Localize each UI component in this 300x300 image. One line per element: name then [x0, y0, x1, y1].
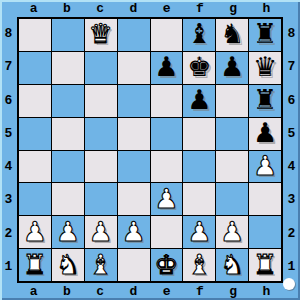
square-d6[interactable] [118, 85, 150, 117]
square-f2[interactable]: ♟ [183, 216, 215, 248]
file-label-h: h [250, 283, 283, 300]
file-label-e: e [150, 0, 183, 17]
square-a5[interactable] [19, 118, 51, 150]
square-b4[interactable] [52, 151, 84, 183]
chess-board-window: abcdefgh abcdefgh 87654321 87654321 ♛♝♞♜… [0, 0, 300, 300]
rank-label-3: 3 [283, 183, 300, 216]
square-e1[interactable]: ♚ [151, 249, 183, 281]
square-h2[interactable] [249, 216, 281, 248]
square-e8[interactable] [151, 19, 183, 51]
rank-labels-left: 87654321 [0, 17, 17, 283]
square-d2[interactable]: ♟ [118, 216, 150, 248]
file-label-f: f [183, 0, 216, 17]
white-pawn-icon: ♟ [23, 218, 47, 245]
square-c8[interactable]: ♛ [85, 19, 117, 51]
rank-label-6: 6 [283, 84, 300, 117]
square-e3[interactable]: ♟ [151, 183, 183, 215]
white-pawn-icon: ♟ [154, 185, 178, 212]
chess-board: ♛♝♞♜♟♚♟♛♟♜♟♟♟♟♟♟♟♟♟♜♞♝♚♝♞♜ [17, 17, 283, 283]
square-d4[interactable] [118, 151, 150, 183]
file-label-g: g [217, 0, 250, 17]
black-bishop-icon: ♝ [187, 20, 211, 47]
square-c2[interactable]: ♟ [85, 216, 117, 248]
square-c1[interactable]: ♝ [85, 249, 117, 281]
file-label-f: f [183, 283, 216, 300]
file-label-b: b [50, 0, 83, 17]
white-pawn-icon: ♟ [187, 218, 211, 245]
square-b6[interactable] [52, 85, 84, 117]
white-pawn-icon: ♟ [253, 152, 277, 179]
square-c7[interactable] [85, 52, 117, 84]
square-e5[interactable] [151, 118, 183, 150]
black-pawn-icon: ♟ [253, 119, 277, 146]
file-labels-top: abcdefgh [17, 0, 283, 17]
white-to-move-indicator [283, 278, 295, 290]
square-c4[interactable] [85, 151, 117, 183]
square-d5[interactable] [118, 118, 150, 150]
black-rook-icon: ♜ [253, 20, 277, 47]
white-knight-icon: ♞ [220, 251, 244, 278]
white-pawn-icon: ♟ [89, 218, 113, 245]
square-g1[interactable]: ♞ [216, 249, 248, 281]
square-h8[interactable]: ♜ [249, 19, 281, 51]
square-f5[interactable] [183, 118, 215, 150]
square-h3[interactable] [249, 183, 281, 215]
rank-label-4: 4 [283, 150, 300, 183]
file-label-e: e [150, 283, 183, 300]
rank-labels-right: 87654321 [283, 17, 300, 283]
file-label-d: d [117, 0, 150, 17]
rank-label-6: 6 [0, 84, 17, 117]
rank-label-5: 5 [0, 117, 17, 150]
square-g4[interactable] [216, 151, 248, 183]
file-label-c: c [84, 283, 117, 300]
square-a8[interactable] [19, 19, 51, 51]
square-a1[interactable]: ♜ [19, 249, 51, 281]
black-queen-icon: ♛ [253, 53, 277, 80]
square-c6[interactable] [85, 85, 117, 117]
file-label-c: c [84, 0, 117, 17]
square-h6[interactable]: ♜ [249, 85, 281, 117]
square-a7[interactable] [19, 52, 51, 84]
white-queen-icon: ♛ [89, 20, 113, 47]
white-pawn-icon: ♟ [220, 218, 244, 245]
white-pawn-icon: ♟ [121, 218, 145, 245]
square-b1[interactable]: ♞ [52, 249, 84, 281]
white-king-icon: ♚ [154, 251, 178, 278]
white-bishop-icon: ♝ [89, 251, 113, 278]
square-g3[interactable] [216, 183, 248, 215]
square-h4[interactable]: ♟ [249, 151, 281, 183]
black-king-icon: ♚ [187, 53, 211, 80]
square-g7[interactable]: ♟ [216, 52, 248, 84]
square-e4[interactable] [151, 151, 183, 183]
square-f8[interactable]: ♝ [183, 19, 215, 51]
square-b3[interactable] [52, 183, 84, 215]
square-d8[interactable] [118, 19, 150, 51]
rank-label-5: 5 [283, 117, 300, 150]
square-b7[interactable] [52, 52, 84, 84]
rank-label-8: 8 [283, 17, 300, 50]
square-g8[interactable]: ♞ [216, 19, 248, 51]
square-f6[interactable]: ♟ [183, 85, 215, 117]
rank-label-7: 7 [0, 50, 17, 83]
rank-label-2: 2 [0, 217, 17, 250]
black-pawn-icon: ♟ [187, 86, 211, 113]
square-f1[interactable]: ♝ [183, 249, 215, 281]
white-pawn-icon: ♟ [56, 218, 80, 245]
white-knight-icon: ♞ [56, 251, 80, 278]
square-b2[interactable]: ♟ [52, 216, 84, 248]
square-d7[interactable] [118, 52, 150, 84]
square-h5[interactable]: ♟ [249, 118, 281, 150]
square-d1[interactable] [118, 249, 150, 281]
square-e6[interactable] [151, 85, 183, 117]
rank-label-3: 3 [0, 183, 17, 216]
square-h1[interactable]: ♜ [249, 249, 281, 281]
square-c3[interactable] [85, 183, 117, 215]
square-f3[interactable] [183, 183, 215, 215]
file-label-a: a [17, 0, 50, 17]
white-bishop-icon: ♝ [187, 251, 211, 278]
square-f4[interactable] [183, 151, 215, 183]
file-labels-bottom: abcdefgh [17, 283, 283, 300]
square-g2[interactable]: ♟ [216, 216, 248, 248]
square-c5[interactable] [85, 118, 117, 150]
file-label-b: b [50, 283, 83, 300]
square-a4[interactable] [19, 151, 51, 183]
square-g5[interactable] [216, 118, 248, 150]
rank-label-2: 2 [283, 217, 300, 250]
square-b8[interactable] [52, 19, 84, 51]
square-a2[interactable]: ♟ [19, 216, 51, 248]
black-pawn-icon: ♟ [220, 53, 244, 80]
file-label-h: h [250, 0, 283, 17]
rank-label-4: 4 [0, 150, 17, 183]
black-pawn-icon: ♟ [154, 53, 178, 80]
square-g6[interactable] [216, 85, 248, 117]
square-e7[interactable]: ♟ [151, 52, 183, 84]
rank-label-1: 1 [0, 250, 17, 283]
file-label-a: a [17, 283, 50, 300]
square-a3[interactable] [19, 183, 51, 215]
file-label-g: g [217, 283, 250, 300]
black-knight-icon: ♞ [220, 20, 244, 47]
rank-label-8: 8 [0, 17, 17, 50]
square-b5[interactable] [52, 118, 84, 150]
file-label-d: d [117, 283, 150, 300]
square-e2[interactable] [151, 216, 183, 248]
white-rook-icon: ♜ [23, 251, 47, 278]
square-d3[interactable] [118, 183, 150, 215]
square-a6[interactable] [19, 85, 51, 117]
square-f7[interactable]: ♚ [183, 52, 215, 84]
rank-label-7: 7 [283, 50, 300, 83]
black-rook-icon: ♜ [253, 86, 277, 113]
white-rook-icon: ♜ [253, 251, 277, 278]
square-h7[interactable]: ♛ [249, 52, 281, 84]
